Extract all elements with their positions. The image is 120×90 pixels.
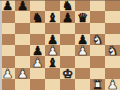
square-h6	[105, 23, 120, 34]
square-e3	[60, 56, 75, 67]
square-a1	[0, 79, 15, 90]
square-g2	[90, 68, 105, 79]
square-a4	[0, 45, 15, 56]
square-b3	[15, 56, 30, 67]
square-g3	[90, 56, 105, 67]
square-f2	[75, 68, 90, 79]
square-f7: ♛	[75, 11, 90, 22]
square-e2: ♚	[60, 68, 75, 79]
square-c3: ♟	[30, 56, 45, 67]
square-g7	[90, 11, 105, 22]
piece-white-rook: ♜	[92, 79, 103, 90]
square-h5	[105, 34, 120, 45]
square-g4	[90, 45, 105, 56]
square-g1: ♜	[90, 79, 105, 90]
square-d6	[45, 23, 60, 34]
square-g5: ♞	[90, 34, 105, 45]
square-e8: ♞	[60, 0, 75, 11]
square-b4	[15, 45, 30, 56]
square-h4: ♞	[105, 45, 120, 56]
square-c2	[30, 68, 45, 79]
square-f3	[75, 56, 90, 67]
square-h7	[105, 11, 120, 22]
square-h2	[105, 68, 120, 79]
square-d8	[45, 0, 60, 11]
square-b2: ♟	[15, 68, 30, 79]
square-c7: ♞	[30, 11, 45, 22]
square-f8	[75, 0, 90, 11]
square-c8	[30, 0, 45, 11]
square-d3: ♝	[45, 56, 60, 67]
square-g6	[90, 23, 105, 34]
square-c4: ♟	[30, 45, 45, 56]
chess-diagram: ♟♟♞♞♝♟♛♟♟♞♟♟♟♞♟♝♟♟♚♜♟	[0, 0, 120, 90]
square-d5: ♟	[45, 34, 60, 45]
square-b6	[15, 23, 30, 34]
square-e5	[60, 34, 75, 45]
square-g8	[90, 0, 105, 11]
square-f4: ♟	[75, 45, 90, 56]
square-b1	[15, 79, 30, 90]
square-c1	[30, 79, 45, 90]
board-top-edge	[0, 0, 120, 1]
square-h3	[105, 56, 120, 67]
piece-white-pawn: ♟	[107, 79, 118, 90]
square-f5: ♟	[75, 34, 90, 45]
square-a8: ♟	[0, 0, 15, 11]
square-e1	[60, 79, 75, 90]
square-d2	[45, 68, 60, 79]
square-e6	[60, 23, 75, 34]
square-c6	[30, 23, 45, 34]
square-c5	[30, 34, 45, 45]
square-a2: ♟	[0, 68, 15, 79]
square-h1: ♟	[105, 79, 120, 90]
square-b5	[15, 34, 30, 45]
square-h8	[105, 0, 120, 11]
board-left-edge	[0, 0, 2, 90]
square-e7: ♟	[60, 11, 75, 22]
square-f1	[75, 79, 90, 90]
square-a7	[0, 11, 15, 22]
square-b8: ♟	[15, 0, 30, 11]
square-a5	[0, 34, 15, 45]
square-a3	[0, 56, 15, 67]
square-b7	[15, 11, 30, 22]
square-f6	[75, 23, 90, 34]
square-d7: ♝	[45, 11, 60, 22]
square-e4	[60, 45, 75, 56]
chess-board: ♟♟♞♞♝♟♛♟♟♞♟♟♟♞♟♝♟♟♚♜♟	[0, 0, 120, 90]
square-d1	[45, 79, 60, 90]
square-a6	[0, 23, 15, 34]
square-d4: ♟	[45, 45, 60, 56]
